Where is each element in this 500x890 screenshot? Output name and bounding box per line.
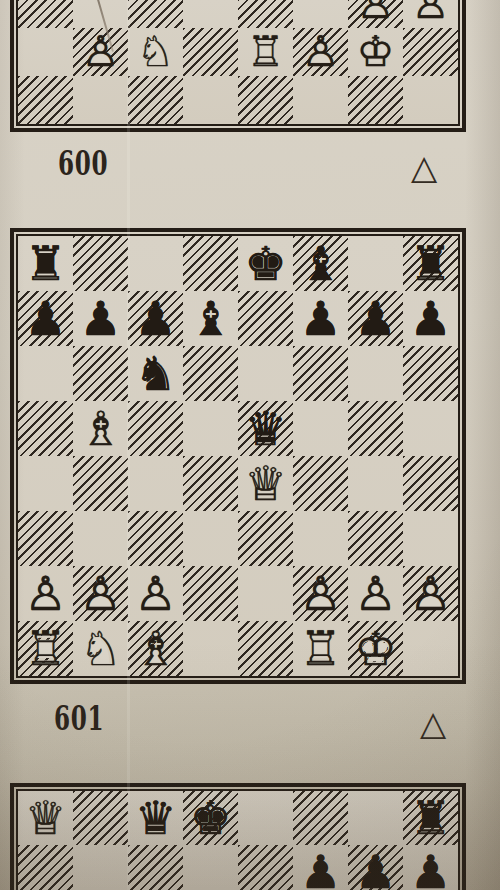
black-pawn-piece: ♟	[79, 295, 121, 342]
board-602-squares: ♛♕♛♚♜♟♟♟	[16, 789, 460, 890]
square-e7	[238, 845, 293, 890]
white-piece-outline: ♖	[299, 621, 341, 676]
square-f1	[293, 76, 348, 124]
square-d5	[183, 401, 238, 456]
chess-board-600: ♟♙♟♙♟♙♞♘♜♖♟♙♚♔	[10, 0, 466, 132]
white-king-piece: ♚♔	[357, 31, 395, 73]
white-piece-outline: ♙	[409, 566, 451, 621]
diagram-600-number: 600	[58, 146, 108, 180]
black-pawn-piece: ♟	[24, 295, 66, 342]
black-pawn-piece: ♟	[355, 849, 396, 890]
white-knight-piece: ♞♘	[137, 31, 175, 73]
black-pawn-piece: ♟	[410, 849, 451, 890]
square-a7: ♟	[18, 291, 73, 346]
square-e6	[238, 346, 293, 401]
white-piece-outline: ♖	[24, 621, 66, 676]
square-c8	[128, 236, 183, 291]
white-piece-outline: ♙	[354, 566, 396, 621]
white-knight-piece: ♞♘	[79, 625, 121, 672]
white-king-piece: ♚♔	[354, 625, 396, 672]
square-f8	[293, 791, 348, 845]
rank-8-row: ♜♚♝♜	[18, 236, 458, 291]
square-f8: ♝	[293, 236, 348, 291]
square-c6: ♞	[128, 346, 183, 401]
square-d8: ♚	[183, 791, 238, 845]
square-a1: ♜♖	[18, 621, 73, 676]
square-h2	[403, 28, 458, 76]
square-b2: ♟♙	[73, 28, 128, 76]
diagram-601-number: 601	[54, 701, 104, 735]
white-pawn-piece: ♟♙	[412, 0, 450, 25]
square-g3	[348, 511, 403, 566]
square-f2: ♟♙	[293, 28, 348, 76]
square-f5	[293, 401, 348, 456]
square-b6	[73, 346, 128, 401]
square-e4: ♛♕	[238, 456, 293, 511]
white-piece-outline: ♙	[24, 566, 66, 621]
white-rook-piece: ♜♖	[247, 31, 285, 73]
square-e5: ♛	[238, 401, 293, 456]
white-piece-outline: ♔	[357, 27, 395, 76]
square-f1: ♜♖	[293, 621, 348, 676]
black-bishop-piece: ♝	[299, 240, 341, 287]
white-pawn-piece: ♟♙	[299, 570, 341, 617]
chess-board-602: ♛♕♛♚♜♟♟♟	[10, 783, 466, 890]
black-pawn-piece: ♟	[299, 295, 341, 342]
square-a8: ♛♕	[18, 791, 73, 845]
square-d7: ♝	[183, 291, 238, 346]
square-b8	[73, 791, 128, 845]
square-a2	[18, 28, 73, 76]
square-a1	[18, 76, 73, 124]
rank-7-row: ♟♟♟	[18, 845, 458, 890]
rank-5-row: ♝♗♛	[18, 401, 458, 456]
square-d6	[183, 346, 238, 401]
square-a6	[18, 346, 73, 401]
square-c2: ♞♘	[128, 28, 183, 76]
white-piece-outline: ♕	[244, 456, 286, 511]
white-pawn-piece: ♟♙	[409, 570, 451, 617]
rank-6-row: ♞	[18, 346, 458, 401]
black-rook-piece: ♜	[409, 240, 451, 287]
square-e8	[238, 791, 293, 845]
white-pawn-piece: ♟♙	[354, 570, 396, 617]
rank-3-row: ♟♙♟♙	[18, 0, 458, 28]
square-h2: ♟♙	[403, 566, 458, 621]
square-c4	[128, 456, 183, 511]
square-g8	[348, 236, 403, 291]
square-c5	[128, 401, 183, 456]
white-bishop-piece: ♝♗	[134, 625, 176, 672]
square-b3	[73, 511, 128, 566]
square-h8: ♜	[403, 236, 458, 291]
white-piece-outline: ♙	[302, 27, 340, 76]
square-b2: ♟♙	[73, 566, 128, 621]
book-page: ♟♙♟♙♟♙♞♘♜♖♟♙♚♔ 600 △ ♜♚♝♜♟♟♟♝♟♟♟♞♝♗♛♛♕♟♙…	[0, 0, 500, 890]
black-king-piece: ♚	[244, 240, 286, 287]
square-h3: ♟♙	[403, 0, 458, 28]
square-a4	[18, 456, 73, 511]
square-a8: ♜	[18, 236, 73, 291]
square-d8	[183, 236, 238, 291]
white-queen-piece: ♛♕	[25, 795, 66, 841]
square-c7	[128, 845, 183, 890]
rank-1-row: ♜♖♞♘♝♗♜♖♚♔	[18, 621, 458, 676]
white-pawn-piece: ♟♙	[24, 570, 66, 617]
square-d4	[183, 456, 238, 511]
square-a7	[18, 845, 73, 890]
square-c7: ♟	[128, 291, 183, 346]
board-601-squares: ♜♚♝♜♟♟♟♝♟♟♟♞♝♗♛♛♕♟♙♟♙♟♙♟♙♟♙♟♙♜♖♞♘♝♗♜♖♚♔	[16, 234, 460, 678]
square-a3	[18, 0, 73, 28]
white-piece-outline: ♖	[247, 27, 285, 76]
black-rook-piece: ♜	[410, 795, 451, 841]
rank-8-row: ♛♕♛♚♜	[18, 791, 458, 845]
white-pawn-piece: ♟♙	[302, 31, 340, 73]
square-a5	[18, 401, 73, 456]
square-f3	[293, 511, 348, 566]
square-c3	[128, 511, 183, 566]
white-rook-piece: ♜♖	[299, 625, 341, 672]
square-h8: ♜	[403, 791, 458, 845]
square-d1	[183, 621, 238, 676]
square-g2: ♚♔	[348, 28, 403, 76]
square-c2: ♟♙	[128, 566, 183, 621]
square-f4	[293, 456, 348, 511]
black-knight-piece: ♞	[134, 350, 176, 397]
square-h5	[403, 401, 458, 456]
black-rook-piece: ♜	[24, 240, 66, 287]
square-e3	[238, 0, 293, 28]
square-f7: ♟	[293, 845, 348, 890]
black-pawn-piece: ♟	[354, 295, 396, 342]
black-bishop-piece: ♝	[189, 295, 231, 342]
white-piece-outline: ♗	[134, 621, 176, 676]
square-c8: ♛	[128, 791, 183, 845]
square-b7	[73, 845, 128, 890]
square-e2: ♜♖	[238, 28, 293, 76]
square-d2	[183, 566, 238, 621]
square-h6	[403, 346, 458, 401]
white-piece-outline: ♙	[412, 0, 450, 28]
white-pawn-piece: ♟♙	[357, 0, 395, 25]
square-e1	[238, 621, 293, 676]
square-h1	[403, 76, 458, 124]
black-pawn-piece: ♟	[300, 849, 341, 890]
square-a3	[18, 511, 73, 566]
square-c3	[128, 0, 183, 28]
square-f7: ♟	[293, 291, 348, 346]
square-h4	[403, 456, 458, 511]
square-e2	[238, 566, 293, 621]
square-f3	[293, 0, 348, 28]
square-e8: ♚	[238, 236, 293, 291]
square-c1	[128, 76, 183, 124]
white-piece-outline: ♘	[137, 27, 175, 76]
black-queen-piece: ♛	[135, 795, 176, 841]
square-c1: ♝♗	[128, 621, 183, 676]
square-b8	[73, 236, 128, 291]
square-h3	[403, 511, 458, 566]
square-b5: ♝♗	[73, 401, 128, 456]
square-d2	[183, 28, 238, 76]
square-h7: ♟	[403, 845, 458, 890]
square-g6	[348, 346, 403, 401]
white-rook-piece: ♜♖	[24, 625, 66, 672]
square-d1	[183, 76, 238, 124]
square-b1	[73, 76, 128, 124]
white-pawn-piece: ♟♙	[134, 570, 176, 617]
square-b4	[73, 456, 128, 511]
rank-7-row: ♟♟♟♝♟♟♟	[18, 291, 458, 346]
square-d7	[183, 845, 238, 890]
square-d3	[183, 511, 238, 566]
white-piece-outline: ♙	[357, 0, 395, 28]
white-queen-piece: ♛♕	[244, 460, 286, 507]
square-h7: ♟	[403, 291, 458, 346]
square-g8	[348, 791, 403, 845]
rank-2-row: ♟♙♟♙♟♙♟♙♟♙♟♙	[18, 566, 458, 621]
paper-crease	[127, 0, 130, 890]
rank-2-row: ♟♙♞♘♜♖♟♙♚♔	[18, 28, 458, 76]
white-piece-outline: ♗	[79, 401, 121, 456]
square-g3: ♟♙	[348, 0, 403, 28]
chess-board-601: ♜♚♝♜♟♟♟♝♟♟♟♞♝♗♛♛♕♟♙♟♙♟♙♟♙♟♙♟♙♜♖♞♘♝♗♜♖♚♔	[10, 228, 466, 684]
rank-3-row	[18, 511, 458, 566]
square-e1	[238, 76, 293, 124]
square-b1: ♞♘	[73, 621, 128, 676]
square-h1	[403, 621, 458, 676]
white-piece-outline: ♙	[82, 27, 120, 76]
black-pawn-piece: ♟	[134, 295, 176, 342]
square-e3	[238, 511, 293, 566]
diagram-600-white-to-move-triangle-icon: △	[411, 150, 437, 184]
square-g5	[348, 401, 403, 456]
diagram-601-white-to-move-triangle-icon: △	[420, 706, 446, 740]
square-g2: ♟♙	[348, 566, 403, 621]
black-queen-piece: ♛	[244, 405, 286, 452]
black-king-piece: ♚	[190, 795, 231, 841]
white-pawn-piece: ♟♙	[82, 31, 120, 73]
square-e7	[238, 291, 293, 346]
square-g7: ♟	[348, 845, 403, 890]
square-g1: ♚♔	[348, 621, 403, 676]
white-piece-outline: ♘	[79, 621, 121, 676]
square-f6	[293, 346, 348, 401]
rank-4-row: ♛♕	[18, 456, 458, 511]
square-g1	[348, 76, 403, 124]
square-g4	[348, 456, 403, 511]
square-g7: ♟	[348, 291, 403, 346]
white-bishop-piece: ♝♗	[79, 405, 121, 452]
board-600-squares: ♟♙♟♙♟♙♞♘♜♖♟♙♚♔	[16, 0, 460, 126]
white-piece-outline: ♕	[25, 791, 66, 845]
white-piece-outline: ♙	[134, 566, 176, 621]
white-piece-outline: ♙	[79, 566, 121, 621]
square-b7: ♟	[73, 291, 128, 346]
square-f2: ♟♙	[293, 566, 348, 621]
rank-1-row	[18, 76, 458, 124]
white-piece-outline: ♙	[299, 566, 341, 621]
black-pawn-piece: ♟	[409, 295, 451, 342]
square-a2: ♟♙	[18, 566, 73, 621]
white-pawn-piece: ♟♙	[79, 570, 121, 617]
white-piece-outline: ♔	[354, 621, 396, 676]
square-d3	[183, 0, 238, 28]
